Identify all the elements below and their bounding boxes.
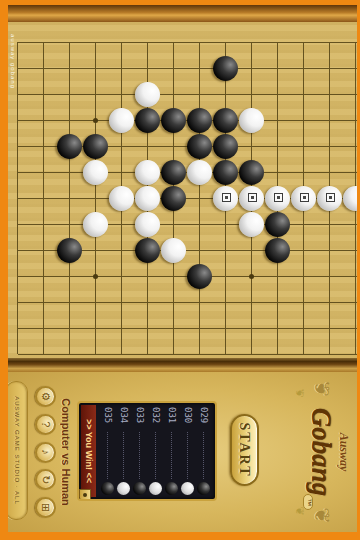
black-stone (214, 134, 239, 159)
control-panel: Ausway ❦ Gobang ❦ ❦ ❦ ™ START 0290300310… (8, 372, 357, 532)
black-stone (188, 264, 213, 289)
win-mark-icon (326, 193, 335, 202)
grid-line (69, 42, 70, 354)
star-point (249, 274, 254, 279)
black-stone (266, 238, 291, 263)
move-number: 029 (199, 407, 209, 429)
undo-icon[interactable]: ↻ (35, 469, 56, 490)
win-mark-icon (300, 193, 309, 202)
move-row: 034 (116, 407, 132, 495)
move-list: 029030031032033034035 (100, 407, 212, 495)
dotted-leader (171, 432, 173, 479)
white-stone (136, 212, 161, 237)
black-stone (240, 160, 265, 185)
black-stone-icon (102, 482, 115, 495)
win-message: >> You Win! << (81, 405, 96, 497)
win-mark-icon (222, 193, 231, 202)
black-stone (136, 108, 161, 133)
icon-toolbar: ⚙?♪↻⊞ (34, 386, 56, 518)
black-stone (162, 160, 187, 185)
start-button[interactable]: START (230, 414, 259, 486)
menu-icon[interactable]: ⊞ (35, 497, 56, 518)
grid-line (199, 42, 200, 354)
dotted-leader (187, 432, 189, 479)
white-stone (344, 186, 358, 211)
white-stone-icon (150, 482, 163, 495)
black-stone (214, 56, 239, 81)
black-stone (188, 134, 213, 159)
black-stone (214, 160, 239, 185)
black-stone (188, 108, 213, 133)
move-number: 035 (103, 407, 113, 429)
white-stone-winning (292, 186, 317, 211)
dotted-leader (155, 432, 157, 479)
white-stone (136, 160, 161, 185)
white-stone-winning (240, 186, 265, 211)
move-row: 031 (164, 407, 180, 495)
grid-line (43, 42, 44, 354)
grid-line (18, 354, 357, 355)
white-stone-winning (266, 186, 291, 211)
dotted-leader (139, 432, 141, 479)
board-panel-divider (8, 358, 357, 372)
watermark-text: ausway gobang (10, 34, 16, 89)
move-row: 032 (148, 407, 164, 495)
move-number: 031 (167, 407, 177, 429)
board-grid[interactable]: ausway gobang (8, 22, 357, 358)
laurel-right-icon: ❦ (310, 507, 334, 524)
win-mark-icon (248, 193, 257, 202)
black-stone (266, 212, 291, 237)
settings-icon[interactable]: ⚙ (35, 386, 56, 407)
white-stone (188, 160, 213, 185)
win-mark-icon (274, 193, 283, 202)
move-number: 032 (151, 407, 161, 429)
white-stone (110, 186, 135, 211)
black-stone (162, 186, 187, 211)
grid-line (95, 42, 96, 354)
board-frame-bar (8, 5, 357, 22)
gobang-app-rotated: ausway gobang Ausway ❦ Gobang ❦ ❦ ❦ ™ ST… (0, 0, 360, 540)
app-background: ausway gobang Ausway ❦ Gobang ❦ ❦ ❦ ™ ST… (8, 5, 357, 532)
move-number: 030 (183, 407, 193, 429)
black-stone-icon (134, 482, 147, 495)
black-stone (214, 108, 239, 133)
game-title: Gobang (306, 408, 336, 497)
grid-line (17, 42, 18, 354)
vine-left-icon: ❦ (293, 388, 306, 397)
sound-icon[interactable]: ♪ (35, 442, 56, 463)
move-row: 029 (196, 407, 212, 495)
black-stone-icon (166, 482, 179, 495)
star-point (93, 118, 98, 123)
black-stone (58, 134, 83, 159)
scroll-down-icon[interactable] (79, 489, 91, 501)
move-row: 035 (100, 407, 116, 495)
dotted-leader (123, 432, 125, 479)
white-stone (240, 108, 265, 133)
black-stone (84, 134, 109, 159)
white-stone-winning (214, 186, 239, 211)
dotted-leader (203, 432, 205, 479)
brand-name: Ausway (336, 372, 351, 532)
white-stone (84, 212, 109, 237)
black-stone-icon (198, 482, 211, 495)
screen: ausway gobang Ausway ❦ Gobang ❦ ❦ ❦ ™ ST… (0, 0, 360, 540)
title-badge: ™ (303, 494, 313, 510)
white-stone (136, 82, 161, 107)
move-list-box[interactable]: 029030031032033034035 >> You Win! << (77, 401, 217, 501)
white-stone (136, 186, 161, 211)
dotted-leader (107, 432, 109, 479)
white-stone (110, 108, 135, 133)
engraved-label: AUSWAY GAME STUDIO · ALL RIGHTS (8, 381, 28, 520)
black-stone (58, 238, 83, 263)
move-number: 033 (135, 407, 145, 429)
move-row: 030 (180, 407, 196, 495)
white-stone (240, 212, 265, 237)
move-row: 033 (132, 407, 148, 495)
star-point (93, 274, 98, 279)
white-stone-winning (318, 186, 343, 211)
white-stone-icon (182, 482, 195, 495)
black-stone (136, 238, 161, 263)
white-stone-icon (118, 482, 131, 495)
white-stone (162, 238, 187, 263)
laurel-left-icon: ❦ (310, 380, 334, 397)
help-icon[interactable]: ? (35, 414, 56, 435)
white-stone (84, 160, 109, 185)
black-stone (162, 108, 187, 133)
move-number: 034 (119, 407, 129, 429)
mode-label: Computer vs Human (60, 372, 72, 532)
logo: Ausway ❦ Gobang ❦ ❦ ❦ ™ (306, 372, 351, 532)
